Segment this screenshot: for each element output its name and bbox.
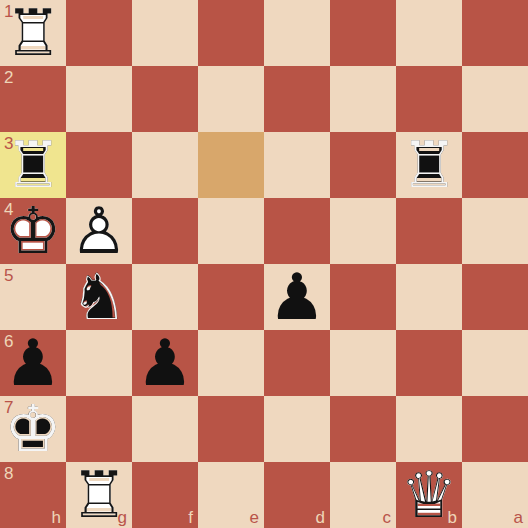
square-h7[interactable]: 7♚︎♔︎ [0, 396, 66, 462]
piece-fill-layer: ♟︎ [264, 264, 330, 330]
square-e7[interactable] [198, 396, 264, 462]
piece-black-knight[interactable]: ♞︎♘︎ [66, 264, 132, 330]
piece-detail-layer: ♖︎ [396, 132, 462, 198]
piece-fill-layer: ♟︎ [132, 330, 198, 396]
square-f8[interactable]: f [132, 462, 198, 528]
square-f4[interactable] [132, 198, 198, 264]
piece-fill-layer: ♟︎ [0, 330, 66, 396]
square-b6[interactable] [396, 330, 462, 396]
square-e1[interactable] [198, 0, 264, 66]
square-d3[interactable] [264, 132, 330, 198]
square-b1[interactable] [396, 0, 462, 66]
square-d4[interactable] [264, 198, 330, 264]
chess-board: 1♜︎♖︎23♜︎♖︎♜︎♖︎4♚︎♔︎♟︎♙︎5♞︎♘︎♟︎6♟︎♟︎7♚︎♔… [0, 0, 528, 528]
piece-outline-layer: ♖︎ [66, 462, 132, 528]
piece-detail-layer: ♖︎ [0, 132, 66, 198]
piece-black-rook[interactable]: ♜︎♖︎ [396, 132, 462, 198]
file-label-h: h [52, 509, 61, 526]
square-g7[interactable] [66, 396, 132, 462]
piece-white-pawn[interactable]: ♟︎♙︎ [66, 198, 132, 264]
square-g5[interactable]: ♞︎♘︎ [66, 264, 132, 330]
square-f2[interactable] [132, 66, 198, 132]
piece-detail-layer: ♔︎ [0, 396, 66, 462]
square-c7[interactable] [330, 396, 396, 462]
file-label-f: f [188, 509, 193, 526]
piece-outline-layer: ♖︎ [0, 0, 66, 66]
piece-outline-layer: ♙︎ [66, 198, 132, 264]
square-a6[interactable] [462, 330, 528, 396]
rank-label-2: 2 [4, 69, 13, 86]
piece-white-rook[interactable]: ♜︎♖︎ [0, 0, 66, 66]
square-d5[interactable]: ♟︎ [264, 264, 330, 330]
piece-outline-layer: ♔︎ [0, 198, 66, 264]
piece-black-king[interactable]: ♚︎♔︎ [0, 396, 66, 462]
square-f5[interactable] [132, 264, 198, 330]
square-h5[interactable]: 5 [0, 264, 66, 330]
file-label-d: d [316, 509, 325, 526]
rank-label-5: 5 [4, 267, 13, 284]
piece-black-pawn[interactable]: ♟︎ [264, 264, 330, 330]
square-a1[interactable] [462, 0, 528, 66]
square-f3[interactable] [132, 132, 198, 198]
square-h4[interactable]: 4♚︎♔︎ [0, 198, 66, 264]
square-h6[interactable]: 6♟︎ [0, 330, 66, 396]
square-d8[interactable]: d [264, 462, 330, 528]
square-a4[interactable] [462, 198, 528, 264]
square-f1[interactable] [132, 0, 198, 66]
square-a5[interactable] [462, 264, 528, 330]
piece-outline-layer: ♕︎ [396, 462, 462, 528]
square-c1[interactable] [330, 0, 396, 66]
square-d7[interactable] [264, 396, 330, 462]
square-e5[interactable] [198, 264, 264, 330]
square-g1[interactable] [66, 0, 132, 66]
square-a2[interactable] [462, 66, 528, 132]
square-b4[interactable] [396, 198, 462, 264]
piece-white-rook[interactable]: ♜︎♖︎ [66, 462, 132, 528]
square-b7[interactable] [396, 396, 462, 462]
square-a8[interactable]: a [462, 462, 528, 528]
square-g8[interactable]: g♜︎♖︎ [66, 462, 132, 528]
square-h8[interactable]: 8h [0, 462, 66, 528]
file-label-a: a [514, 509, 523, 526]
square-c2[interactable] [330, 66, 396, 132]
square-g6[interactable] [66, 330, 132, 396]
square-e2[interactable] [198, 66, 264, 132]
square-a3[interactable] [462, 132, 528, 198]
square-e8[interactable]: e [198, 462, 264, 528]
square-d6[interactable] [264, 330, 330, 396]
file-label-e: e [250, 509, 259, 526]
square-b2[interactable] [396, 66, 462, 132]
piece-white-king[interactable]: ♚︎♔︎ [0, 198, 66, 264]
square-e3[interactable] [198, 132, 264, 198]
square-d2[interactable] [264, 66, 330, 132]
square-f7[interactable] [132, 396, 198, 462]
square-h2[interactable]: 2 [0, 66, 66, 132]
square-b5[interactable] [396, 264, 462, 330]
square-c4[interactable] [330, 198, 396, 264]
piece-black-pawn[interactable]: ♟︎ [0, 330, 66, 396]
square-g3[interactable] [66, 132, 132, 198]
square-c5[interactable] [330, 264, 396, 330]
file-label-c: c [383, 509, 392, 526]
square-e4[interactable] [198, 198, 264, 264]
square-h1[interactable]: 1♜︎♖︎ [0, 0, 66, 66]
piece-black-rook[interactable]: ♜︎♖︎ [0, 132, 66, 198]
square-b3[interactable]: ♜︎♖︎ [396, 132, 462, 198]
piece-detail-layer: ♘︎ [66, 264, 132, 330]
square-c8[interactable]: c [330, 462, 396, 528]
square-g4[interactable]: ♟︎♙︎ [66, 198, 132, 264]
square-h3[interactable]: 3♜︎♖︎ [0, 132, 66, 198]
piece-white-queen[interactable]: ♛︎♕︎ [396, 462, 462, 528]
square-a7[interactable] [462, 396, 528, 462]
rank-label-8: 8 [4, 465, 13, 482]
square-g2[interactable] [66, 66, 132, 132]
square-f6[interactable]: ♟︎ [132, 330, 198, 396]
square-b8[interactable]: b♛︎♕︎ [396, 462, 462, 528]
square-c6[interactable] [330, 330, 396, 396]
square-d1[interactable] [264, 0, 330, 66]
piece-black-pawn[interactable]: ♟︎ [132, 330, 198, 396]
square-c3[interactable] [330, 132, 396, 198]
square-e6[interactable] [198, 330, 264, 396]
